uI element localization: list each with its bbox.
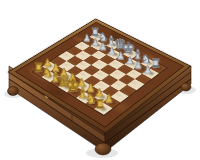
bun-foot-front [95, 143, 111, 155]
silver-pawn: ♟ [140, 65, 156, 75]
gold-rook: ♜ [92, 98, 109, 111]
chess-set-photo: ♜♞♝♛♚♝♞♜♟♟♟♟♟♟♟♟♟♟♟♟♟♟♟♟♜♞♝♛♚♝♞♜ [0, 0, 200, 160]
bun-foot-left [8, 87, 19, 96]
bun-foot-right [181, 83, 191, 91]
